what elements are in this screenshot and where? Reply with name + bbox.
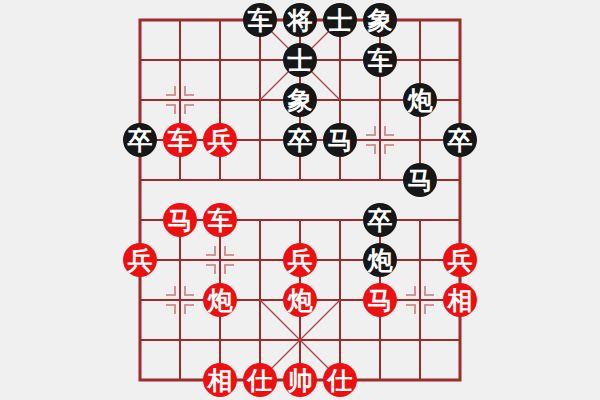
piece-black-advisor[interactable]: 士: [323, 3, 357, 37]
point-5-8[interactable]: [320, 320, 360, 360]
piece-black-elephant[interactable]: 象: [363, 3, 397, 37]
point-8-2[interactable]: [440, 80, 480, 120]
point-3-4[interactable]: [240, 160, 280, 200]
piece-black-soldier[interactable]: 卒: [443, 123, 477, 157]
point-5-5[interactable]: [320, 200, 360, 240]
point-5-9[interactable]: 仕: [320, 360, 360, 400]
point-7-9[interactable]: [400, 360, 440, 400]
point-0-2[interactable]: [120, 80, 160, 120]
piece-red-chariot[interactable]: 车: [163, 123, 197, 157]
piece-black-advisor[interactable]: 士: [283, 43, 317, 77]
point-4-6[interactable]: 兵: [280, 240, 320, 280]
piece-black-soldier[interactable]: 卒: [283, 123, 317, 157]
point-6-5[interactable]: 卒: [360, 200, 400, 240]
piece-red-horse[interactable]: 马: [363, 283, 397, 317]
point-6-0[interactable]: 象: [360, 0, 400, 40]
point-2-0[interactable]: [200, 0, 240, 40]
point-3-2[interactable]: [240, 80, 280, 120]
piece-black-horse[interactable]: 马: [403, 163, 437, 197]
point-6-7[interactable]: 马: [360, 280, 400, 320]
point-2-1[interactable]: [200, 40, 240, 80]
point-3-6[interactable]: [240, 240, 280, 280]
point-4-0[interactable]: 将: [280, 0, 320, 40]
point-2-2[interactable]: [200, 80, 240, 120]
point-4-5[interactable]: [280, 200, 320, 240]
point-6-2[interactable]: [360, 80, 400, 120]
point-0-6[interactable]: 兵: [120, 240, 160, 280]
point-6-8[interactable]: [360, 320, 400, 360]
point-7-4[interactable]: 马: [400, 160, 440, 200]
point-4-8[interactable]: [280, 320, 320, 360]
point-0-5[interactable]: [120, 200, 160, 240]
point-5-4[interactable]: [320, 160, 360, 200]
point-8-5[interactable]: [440, 200, 480, 240]
point-2-8[interactable]: [200, 320, 240, 360]
point-1-1[interactable]: [160, 40, 200, 80]
piece-black-soldier[interactable]: 卒: [363, 203, 397, 237]
point-3-0[interactable]: 车: [240, 0, 280, 40]
piece-red-soldier[interactable]: 兵: [203, 123, 237, 157]
point-4-4[interactable]: [280, 160, 320, 200]
piece-black-elephant[interactable]: 象: [283, 83, 317, 117]
point-8-8[interactable]: [440, 320, 480, 360]
piece-black-soldier[interactable]: 卒: [123, 123, 157, 157]
point-3-7[interactable]: [240, 280, 280, 320]
point-3-5[interactable]: [240, 200, 280, 240]
point-1-0[interactable]: [160, 0, 200, 40]
point-8-4[interactable]: [440, 160, 480, 200]
point-2-4[interactable]: [200, 160, 240, 200]
piece-black-cannon[interactable]: 炮: [403, 83, 437, 117]
point-7-0[interactable]: [400, 0, 440, 40]
point-1-5[interactable]: 马: [160, 200, 200, 240]
piece-red-soldier[interactable]: 兵: [283, 243, 317, 277]
point-0-1[interactable]: [120, 40, 160, 80]
point-3-3[interactable]: [240, 120, 280, 160]
piece-red-soldier[interactable]: 兵: [443, 243, 477, 277]
point-6-1[interactable]: 车: [360, 40, 400, 80]
point-4-2[interactable]: 象: [280, 80, 320, 120]
piece-red-cannon[interactable]: 炮: [283, 283, 317, 317]
piece-red-chariot[interactable]: 车: [203, 203, 237, 237]
point-5-7[interactable]: [320, 280, 360, 320]
point-4-1[interactable]: 士: [280, 40, 320, 80]
point-0-4[interactable]: [120, 160, 160, 200]
point-1-6[interactable]: [160, 240, 200, 280]
piece-black-cannon[interactable]: 炮: [363, 243, 397, 277]
piece-black-chariot[interactable]: 车: [243, 3, 277, 37]
point-1-8[interactable]: [160, 320, 200, 360]
point-6-9[interactable]: [360, 360, 400, 400]
piece-red-horse[interactable]: 马: [163, 203, 197, 237]
board-grid: 车将士象士车象炮卒车兵卒马卒马马车卒兵兵炮兵炮炮马相相仕帅仕: [120, 0, 480, 400]
point-0-8[interactable]: [120, 320, 160, 360]
point-7-2[interactable]: 炮: [400, 80, 440, 120]
point-2-7[interactable]: 炮: [200, 280, 240, 320]
point-2-5[interactable]: 车: [200, 200, 240, 240]
piece-black-general[interactable]: 将: [283, 3, 317, 37]
point-4-7[interactable]: 炮: [280, 280, 320, 320]
piece-red-advisor[interactable]: 仕: [323, 363, 357, 397]
point-6-3[interactable]: [360, 120, 400, 160]
piece-red-advisor[interactable]: 仕: [243, 363, 277, 397]
point-3-1[interactable]: [240, 40, 280, 80]
point-8-6[interactable]: 兵: [440, 240, 480, 280]
point-5-1[interactable]: [320, 40, 360, 80]
piece-red-cannon[interactable]: 炮: [203, 283, 237, 317]
point-2-3[interactable]: 兵: [200, 120, 240, 160]
point-1-7[interactable]: [160, 280, 200, 320]
piece-black-horse[interactable]: 马: [323, 123, 357, 157]
xiangqi-board: 车将士象士车象炮卒车兵卒马卒马马车卒兵兵炮兵炮炮马相相仕帅仕: [0, 0, 600, 400]
point-5-6[interactable]: [320, 240, 360, 280]
point-1-9[interactable]: [160, 360, 200, 400]
piece-red-soldier[interactable]: 兵: [123, 243, 157, 277]
point-5-2[interactable]: [320, 80, 360, 120]
point-8-7[interactable]: 相: [440, 280, 480, 320]
point-7-8[interactable]: [400, 320, 440, 360]
point-4-3[interactable]: 卒: [280, 120, 320, 160]
point-2-9[interactable]: 相: [200, 360, 240, 400]
point-5-3[interactable]: 马: [320, 120, 360, 160]
point-0-7[interactable]: [120, 280, 160, 320]
point-1-2[interactable]: [160, 80, 200, 120]
point-8-0[interactable]: [440, 0, 480, 40]
piece-black-chariot[interactable]: 车: [363, 43, 397, 77]
point-1-4[interactable]: [160, 160, 200, 200]
point-7-7[interactable]: [400, 280, 440, 320]
point-5-0[interactable]: 士: [320, 0, 360, 40]
point-8-9[interactable]: [440, 360, 480, 400]
point-3-8[interactable]: [240, 320, 280, 360]
point-0-3[interactable]: 卒: [120, 120, 160, 160]
piece-red-elephant[interactable]: 相: [203, 363, 237, 397]
point-7-3[interactable]: [400, 120, 440, 160]
point-8-1[interactable]: [440, 40, 480, 80]
point-0-0[interactable]: [120, 0, 160, 40]
point-8-3[interactable]: 卒: [440, 120, 480, 160]
point-6-6[interactable]: 炮: [360, 240, 400, 280]
point-3-9[interactable]: 仕: [240, 360, 280, 400]
point-2-6[interactable]: [200, 240, 240, 280]
point-7-6[interactable]: [400, 240, 440, 280]
point-6-4[interactable]: [360, 160, 400, 200]
point-7-1[interactable]: [400, 40, 440, 80]
point-1-3[interactable]: 车: [160, 120, 200, 160]
piece-red-general[interactable]: 帅: [283, 363, 317, 397]
piece-red-elephant[interactable]: 相: [443, 283, 477, 317]
point-7-5[interactable]: [400, 200, 440, 240]
point-0-9[interactable]: [120, 360, 160, 400]
point-4-9[interactable]: 帅: [280, 360, 320, 400]
